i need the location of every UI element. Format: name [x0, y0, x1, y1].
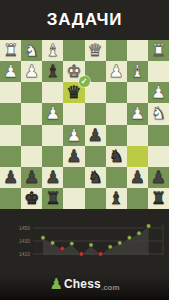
logo-word: Chess — [64, 277, 101, 291]
square-h5[interactable] — [0, 125, 21, 146]
white-pawn-piece: ♟ — [109, 63, 124, 80]
square-h4[interactable] — [0, 103, 21, 124]
chess-board[interactable]: ♜♞♝♛♜♟♟♝♚♟♝♛✓♟♟♟♞♟♟♟♞♟♟♟♞♟♟♚♜♝♜ — [0, 40, 169, 209]
white-pawn-piece: ♟ — [66, 127, 81, 144]
ytick-label-1430: 1430 — [19, 238, 30, 244]
white-pawn-piece: ♟ — [151, 84, 166, 101]
rating-point-win — [70, 241, 74, 245]
square-a1[interactable]: ♜ — [148, 40, 169, 61]
white-knight-piece: ♞ — [151, 105, 166, 122]
ytick-label-1410: 1410 — [19, 251, 30, 257]
square-e1[interactable] — [63, 40, 84, 61]
black-pawn-piece: ♟ — [66, 148, 81, 165]
square-d7[interactable]: ♞ — [85, 167, 106, 188]
square-f8[interactable]: ♜ — [42, 188, 63, 209]
ytick-label-1450: 1450 — [19, 225, 30, 231]
square-a5[interactable] — [148, 125, 169, 146]
pawn-logo-icon: ♟ — [49, 277, 62, 292]
white-knight-piece: ♞ — [24, 42, 39, 59]
header: ЗАДАЧИ — [0, 0, 169, 40]
square-c1[interactable] — [106, 40, 127, 61]
square-b4[interactable]: ♟ — [127, 103, 148, 124]
square-d4[interactable] — [85, 103, 106, 124]
square-b3[interactable] — [127, 82, 148, 103]
square-a3[interactable]: ♟ — [148, 82, 169, 103]
square-h3[interactable] — [0, 82, 21, 103]
black-king-piece: ♚ — [24, 190, 39, 207]
square-d1[interactable]: ♛ — [85, 40, 106, 61]
square-b7[interactable]: ♟ — [127, 167, 148, 188]
rating-point-win — [89, 243, 93, 247]
square-e8[interactable] — [63, 188, 84, 209]
rating-point-win — [146, 224, 150, 228]
square-g5[interactable] — [21, 125, 42, 146]
square-b1[interactable] — [127, 40, 148, 61]
white-pawn-piece: ♟ — [130, 105, 145, 122]
square-c7[interactable] — [106, 167, 127, 188]
black-pawn-piece: ♟ — [87, 127, 102, 144]
footer: 145014301410 ♟ Chess .com — [0, 209, 169, 300]
square-a2[interactable] — [148, 61, 169, 82]
correct-move-check-icon: ✓ — [79, 76, 90, 87]
rating-point-loss — [79, 252, 83, 256]
square-c3[interactable] — [106, 82, 127, 103]
white-bishop-piece: ♝ — [130, 63, 145, 80]
square-g1[interactable]: ♞ — [21, 40, 42, 61]
white-queen-piece: ♛ — [87, 42, 102, 59]
square-f7[interactable]: ♟ — [42, 167, 63, 188]
white-pawn-piece: ♟ — [3, 63, 18, 80]
square-d8[interactable] — [85, 188, 106, 209]
square-a7[interactable]: ♟ — [148, 167, 169, 188]
black-rook-piece: ♜ — [45, 190, 60, 207]
square-a6[interactable] — [148, 146, 169, 167]
white-rook-piece: ♜ — [151, 42, 166, 59]
puzzles-screen: ЗАДАЧИ ♜♞♝♛♜♟♟♝♚♟♝♛✓♟♟♟♞♟♟♟♞♟♟♟♞♟♟♚♜♝♜ 1… — [0, 0, 169, 300]
black-pawn-piece: ♟ — [130, 169, 145, 186]
rating-point-loss — [98, 252, 102, 256]
chesscom-logo: ♟ Chess .com — [0, 273, 169, 295]
black-pawn-piece: ♟ — [151, 169, 166, 186]
square-a4[interactable]: ♞ — [148, 103, 169, 124]
black-knight-piece: ♞ — [109, 148, 124, 165]
black-knight-piece: ♞ — [87, 169, 102, 186]
rating-point-win — [118, 241, 122, 245]
square-h2[interactable]: ♟ — [0, 61, 21, 82]
square-a8[interactable]: ♜ — [148, 188, 169, 209]
square-d6[interactable] — [85, 146, 106, 167]
white-rook-piece: ♜ — [3, 42, 18, 59]
square-g4[interactable] — [21, 103, 42, 124]
square-g3[interactable] — [21, 82, 42, 103]
square-c8[interactable]: ♝ — [106, 188, 127, 209]
square-h6[interactable] — [0, 146, 21, 167]
square-b6[interactable] — [127, 146, 148, 167]
square-b8[interactable] — [127, 188, 148, 209]
square-c6[interactable]: ♞ — [106, 146, 127, 167]
square-e7[interactable] — [63, 167, 84, 188]
black-rook-piece: ♜ — [151, 190, 166, 207]
white-pawn-piece: ♟ — [24, 63, 39, 80]
rating-point-win — [108, 245, 112, 249]
square-f3[interactable] — [42, 82, 63, 103]
rating-chart: 145014301410 — [0, 209, 169, 269]
square-e4[interactable] — [63, 103, 84, 124]
rating-point-win — [137, 231, 141, 235]
black-queen-piece: ♛ — [66, 84, 81, 101]
square-h7[interactable]: ♟ — [0, 167, 21, 188]
square-g7[interactable]: ♟ — [21, 167, 42, 188]
black-pawn-piece: ♟ — [24, 169, 39, 186]
rating-chart-svg: 145014301410 — [0, 209, 169, 269]
square-g8[interactable]: ♚ — [21, 188, 42, 209]
square-b2[interactable]: ♝ — [127, 61, 148, 82]
rating-point-win — [50, 241, 54, 245]
white-pawn-piece: ♟ — [45, 105, 60, 122]
square-f2[interactable]: ♝ — [42, 61, 63, 82]
square-c4[interactable] — [106, 103, 127, 124]
square-h8[interactable] — [0, 188, 21, 209]
square-c5[interactable] — [106, 125, 127, 146]
black-bishop-piece: ♝ — [45, 63, 60, 80]
square-b5[interactable] — [127, 125, 148, 146]
square-d5[interactable]: ♟ — [85, 125, 106, 146]
black-pawn-piece: ♟ — [3, 169, 18, 186]
black-bishop-piece: ♝ — [109, 190, 124, 207]
white-bishop-piece: ♝ — [45, 42, 60, 59]
page-title: ЗАДАЧИ — [47, 10, 123, 30]
square-e6[interactable]: ♟ — [63, 146, 84, 167]
square-g6[interactable] — [21, 146, 42, 167]
black-pawn-piece: ♟ — [45, 169, 60, 186]
square-c2[interactable]: ♟ — [106, 61, 127, 82]
square-f5[interactable] — [42, 125, 63, 146]
square-e5[interactable]: ♟ — [63, 125, 84, 146]
square-f4[interactable]: ♟ — [42, 103, 63, 124]
square-f6[interactable] — [42, 146, 63, 167]
square-h1[interactable]: ♜ — [0, 40, 21, 61]
chart-area-fill — [43, 226, 149, 255]
rating-point-win — [41, 236, 45, 240]
rating-point-loss — [60, 247, 64, 251]
square-f1[interactable]: ♝ — [42, 40, 63, 61]
square-e3[interactable]: ♛✓ — [63, 82, 84, 103]
square-g2[interactable]: ♟ — [21, 61, 42, 82]
rating-point-win — [127, 236, 131, 240]
logo-suffix: .com — [101, 283, 120, 292]
